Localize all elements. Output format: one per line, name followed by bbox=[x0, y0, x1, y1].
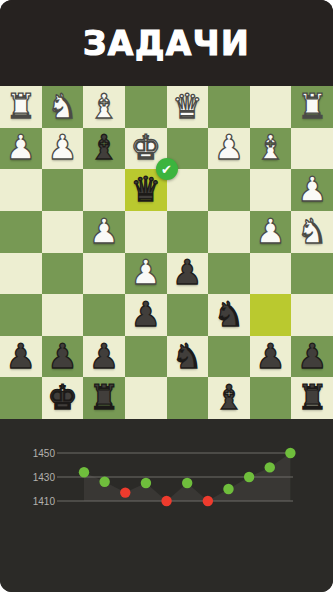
rating-panel: 145014301410 ♟ Chess .com bbox=[0, 419, 333, 592]
correct-move-check-icon: ✔ bbox=[156, 158, 178, 180]
white-knight[interactable]: ♞ bbox=[47, 89, 77, 123]
square-e4[interactable] bbox=[125, 211, 167, 253]
square-a4[interactable]: ♞ bbox=[291, 211, 333, 253]
black-rook[interactable]: ♜ bbox=[89, 380, 119, 414]
square-e8[interactable] bbox=[125, 377, 167, 419]
square-a5[interactable] bbox=[291, 253, 333, 295]
black-bishop[interactable]: ♝ bbox=[214, 380, 244, 414]
ytick-1450: 1450 bbox=[33, 448, 56, 459]
square-b5[interactable] bbox=[250, 253, 292, 295]
square-d6[interactable] bbox=[167, 294, 209, 336]
square-d4[interactable] bbox=[167, 211, 209, 253]
square-h8[interactable] bbox=[0, 377, 42, 419]
square-h7[interactable]: ♟ bbox=[0, 336, 42, 378]
square-f2[interactable]: ♝ bbox=[83, 128, 125, 170]
square-f4[interactable]: ♟ bbox=[83, 211, 125, 253]
square-h1[interactable]: ♜ bbox=[0, 86, 42, 128]
square-f7[interactable]: ♟ bbox=[83, 336, 125, 378]
square-b2[interactable]: ♝ bbox=[250, 128, 292, 170]
square-g6[interactable] bbox=[42, 294, 84, 336]
app-screenshot: ЗАДАЧИ ♜♞♝♛♜♟♟♝♚♟♝♛♟♟♟♞♟♟♟♞♟♟♟♞♟♟♚♜♝♜✔ 1… bbox=[0, 0, 333, 592]
white-pawn[interactable]: ♟ bbox=[214, 130, 244, 164]
white-bishop[interactable]: ♝ bbox=[89, 89, 119, 123]
square-h5[interactable] bbox=[0, 253, 42, 295]
square-e1[interactable] bbox=[125, 86, 167, 128]
square-c8[interactable]: ♝ bbox=[208, 377, 250, 419]
square-c1[interactable] bbox=[208, 86, 250, 128]
black-knight[interactable]: ♞ bbox=[172, 339, 202, 373]
square-d5[interactable]: ♟ bbox=[167, 253, 209, 295]
square-g4[interactable] bbox=[42, 211, 84, 253]
white-rook[interactable]: ♜ bbox=[297, 89, 327, 123]
page-title: ЗАДАЧИ bbox=[83, 24, 250, 63]
square-e7[interactable] bbox=[125, 336, 167, 378]
rating-point-win bbox=[99, 477, 109, 487]
square-g7[interactable]: ♟ bbox=[42, 336, 84, 378]
square-a8[interactable]: ♜ bbox=[291, 377, 333, 419]
square-c6[interactable]: ♞ bbox=[208, 294, 250, 336]
rating-chart: 145014301410 bbox=[0, 419, 333, 559]
square-f6[interactable] bbox=[83, 294, 125, 336]
square-c7[interactable] bbox=[208, 336, 250, 378]
black-rook[interactable]: ♜ bbox=[297, 380, 327, 414]
square-f5[interactable] bbox=[83, 253, 125, 295]
square-d8[interactable] bbox=[167, 377, 209, 419]
rating-point-win bbox=[141, 478, 151, 488]
square-b4[interactable]: ♟ bbox=[250, 211, 292, 253]
square-a2[interactable] bbox=[291, 128, 333, 170]
rating-point-loss bbox=[203, 496, 213, 506]
square-e5[interactable]: ♟ bbox=[125, 253, 167, 295]
black-pawn[interactable]: ♟ bbox=[297, 339, 327, 373]
square-b7[interactable]: ♟ bbox=[250, 336, 292, 378]
square-d7[interactable]: ♞ bbox=[167, 336, 209, 378]
white-pawn[interactable]: ♟ bbox=[297, 172, 327, 206]
rating-point-win bbox=[182, 478, 192, 488]
square-b3[interactable] bbox=[250, 169, 292, 211]
black-pawn[interactable]: ♟ bbox=[6, 339, 36, 373]
square-g3[interactable] bbox=[42, 169, 84, 211]
square-c2[interactable]: ♟ bbox=[208, 128, 250, 170]
white-pawn[interactable]: ♟ bbox=[89, 214, 119, 248]
square-f8[interactable]: ♜ bbox=[83, 377, 125, 419]
square-h6[interactable] bbox=[0, 294, 42, 336]
square-a6[interactable] bbox=[291, 294, 333, 336]
black-pawn[interactable]: ♟ bbox=[89, 339, 119, 373]
square-b6[interactable] bbox=[250, 294, 292, 336]
black-pawn[interactable]: ♟ bbox=[130, 297, 160, 331]
ytick-1430: 1430 bbox=[33, 472, 56, 483]
rating-point-win bbox=[265, 462, 275, 472]
square-f1[interactable]: ♝ bbox=[83, 86, 125, 128]
rating-point-win bbox=[285, 448, 295, 458]
black-king[interactable]: ♚ bbox=[47, 380, 77, 414]
chess-board[interactable]: ♜♞♝♛♜♟♟♝♚♟♝♛♟♟♟♞♟♟♟♞♟♟♟♞♟♟♚♜♝♜✔ bbox=[0, 86, 333, 419]
black-bishop[interactable]: ♝ bbox=[89, 130, 119, 164]
square-c5[interactable] bbox=[208, 253, 250, 295]
square-h3[interactable] bbox=[0, 169, 42, 211]
black-queen[interactable]: ♛ bbox=[130, 172, 160, 206]
rating-point-loss bbox=[120, 487, 130, 497]
square-c4[interactable] bbox=[208, 211, 250, 253]
header: ЗАДАЧИ bbox=[0, 0, 333, 86]
white-pawn[interactable]: ♟ bbox=[255, 214, 285, 248]
square-g2[interactable]: ♟ bbox=[42, 128, 84, 170]
black-pawn[interactable]: ♟ bbox=[255, 339, 285, 373]
black-pawn[interactable]: ♟ bbox=[47, 339, 77, 373]
white-queen[interactable]: ♛ bbox=[172, 89, 202, 123]
white-pawn[interactable]: ♟ bbox=[130, 255, 160, 289]
rating-point-win bbox=[244, 472, 254, 482]
square-a3[interactable]: ♟ bbox=[291, 169, 333, 211]
white-knight[interactable]: ♞ bbox=[297, 214, 327, 248]
square-h4[interactable] bbox=[0, 211, 42, 253]
square-c3[interactable] bbox=[208, 169, 250, 211]
square-g1[interactable]: ♞ bbox=[42, 86, 84, 128]
square-f3[interactable] bbox=[83, 169, 125, 211]
white-bishop[interactable]: ♝ bbox=[255, 130, 285, 164]
white-rook[interactable]: ♜ bbox=[6, 89, 36, 123]
white-king[interactable]: ♚ bbox=[130, 130, 160, 164]
white-pawn[interactable]: ♟ bbox=[6, 130, 36, 164]
square-a7[interactable]: ♟ bbox=[291, 336, 333, 378]
square-a1[interactable]: ♜ bbox=[291, 86, 333, 128]
black-pawn[interactable]: ♟ bbox=[172, 255, 202, 289]
square-e6[interactable]: ♟ bbox=[125, 294, 167, 336]
square-d1[interactable]: ♛ bbox=[167, 86, 209, 128]
rating-point-win bbox=[223, 484, 233, 494]
square-b1[interactable] bbox=[250, 86, 292, 128]
square-g5[interactable] bbox=[42, 253, 84, 295]
rating-point-loss bbox=[161, 496, 171, 506]
square-b8[interactable] bbox=[250, 377, 292, 419]
white-pawn[interactable]: ♟ bbox=[47, 130, 77, 164]
square-h2[interactable]: ♟ bbox=[0, 128, 42, 170]
black-knight[interactable]: ♞ bbox=[214, 297, 244, 331]
ytick-1410: 1410 bbox=[33, 496, 56, 507]
rating-point-win bbox=[79, 467, 89, 477]
square-g8[interactable]: ♚ bbox=[42, 377, 84, 419]
